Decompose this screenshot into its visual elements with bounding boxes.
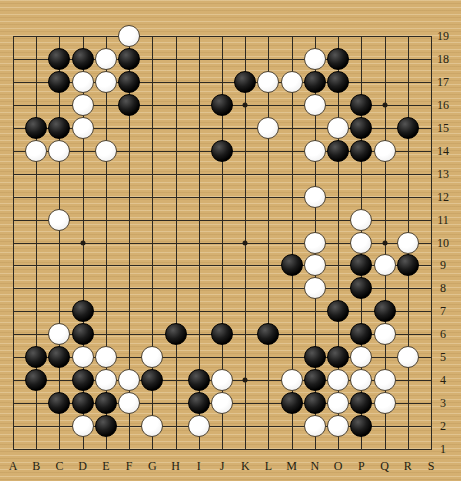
white-stone-N9[interactable] xyxy=(304,254,326,276)
column-label-J: J xyxy=(220,459,225,473)
black-stone-Q7[interactable] xyxy=(374,300,396,322)
black-stone-I3[interactable] xyxy=(188,392,210,414)
white-stone-N18[interactable] xyxy=(304,48,326,70)
white-stone-N2[interactable] xyxy=(304,415,326,437)
white-stone-P5[interactable] xyxy=(350,346,372,368)
white-stone-D17[interactable] xyxy=(72,71,94,93)
black-stone-H6[interactable] xyxy=(165,323,187,345)
black-stone-P8[interactable] xyxy=(350,277,372,299)
white-stone-O3[interactable] xyxy=(327,392,349,414)
column-label-O: O xyxy=(334,459,343,473)
row-label-10: 10 xyxy=(431,236,455,250)
black-stone-J14[interactable] xyxy=(211,140,233,162)
white-stone-B14[interactable] xyxy=(25,140,47,162)
row-label-14: 14 xyxy=(431,144,455,158)
row-label-6: 6 xyxy=(431,327,455,341)
white-stone-R10[interactable] xyxy=(397,232,419,254)
white-stone-J4[interactable] xyxy=(211,369,233,391)
white-stone-O4[interactable] xyxy=(327,369,349,391)
white-stone-P11[interactable] xyxy=(350,209,372,231)
black-stone-G4[interactable] xyxy=(141,369,163,391)
white-stone-E17[interactable] xyxy=(95,71,117,93)
black-stone-D18[interactable] xyxy=(72,48,94,70)
row-label-4: 4 xyxy=(431,373,455,387)
row-label-1: 1 xyxy=(431,442,455,456)
black-stone-C17[interactable] xyxy=(48,71,70,93)
column-label-M: M xyxy=(286,459,297,473)
white-stone-Q3[interactable] xyxy=(374,392,396,414)
column-label-D: D xyxy=(78,459,87,473)
black-stone-P14[interactable] xyxy=(350,140,372,162)
row-label-9: 9 xyxy=(431,258,455,272)
black-stone-J16[interactable] xyxy=(211,94,233,116)
white-stone-G2[interactable] xyxy=(141,415,163,437)
white-stone-P10[interactable] xyxy=(350,232,372,254)
star-point-Q16 xyxy=(382,102,387,107)
column-label-S: S xyxy=(428,459,435,473)
row-label-19: 19 xyxy=(431,29,455,43)
column-label-H: H xyxy=(171,459,180,473)
column-label-E: E xyxy=(102,459,109,473)
white-stone-D16[interactable] xyxy=(72,94,94,116)
black-stone-E2[interactable] xyxy=(95,415,117,437)
row-label-11: 11 xyxy=(431,213,455,227)
column-label-P: P xyxy=(358,459,365,473)
black-stone-E3[interactable] xyxy=(95,392,117,414)
white-stone-Q9[interactable] xyxy=(374,254,396,276)
column-label-B: B xyxy=(32,459,40,473)
black-stone-B15[interactable] xyxy=(25,117,47,139)
black-stone-B4[interactable] xyxy=(25,369,47,391)
column-label-K: K xyxy=(241,459,250,473)
black-stone-K17[interactable] xyxy=(234,71,256,93)
white-stone-C14[interactable] xyxy=(48,140,70,162)
row-label-16: 16 xyxy=(431,98,455,112)
white-stone-E14[interactable] xyxy=(95,140,117,162)
white-stone-Q14[interactable] xyxy=(374,140,396,162)
column-label-N: N xyxy=(311,459,320,473)
column-label-I: I xyxy=(197,459,201,473)
black-stone-I4[interactable] xyxy=(188,369,210,391)
black-stone-P15[interactable] xyxy=(350,117,372,139)
star-point-Q10 xyxy=(382,240,387,245)
go-board[interactable]: ABCDEFGHIJKLMNOPQRS 19181716151413121110… xyxy=(0,0,461,481)
column-label-L: L xyxy=(265,459,272,473)
column-label-Q: Q xyxy=(380,459,389,473)
white-stone-F19[interactable] xyxy=(118,25,140,47)
column-label-A: A xyxy=(9,459,18,473)
black-stone-F18[interactable] xyxy=(118,48,140,70)
black-stone-O17[interactable] xyxy=(327,71,349,93)
black-stone-P3[interactable] xyxy=(350,392,372,414)
white-stone-P4[interactable] xyxy=(350,369,372,391)
white-stone-R5[interactable] xyxy=(397,346,419,368)
white-stone-N10[interactable] xyxy=(304,232,326,254)
star-point-K4 xyxy=(243,378,248,383)
grid-line-vertical-L xyxy=(268,36,269,450)
white-stone-M17[interactable] xyxy=(281,71,303,93)
black-stone-R9[interactable] xyxy=(397,254,419,276)
black-stone-M3[interactable] xyxy=(281,392,303,414)
black-stone-L6[interactable] xyxy=(257,323,279,345)
column-label-G: G xyxy=(148,459,157,473)
row-label-17: 17 xyxy=(431,75,455,89)
black-stone-N17[interactable] xyxy=(304,71,326,93)
white-stone-F3[interactable] xyxy=(118,392,140,414)
white-stone-G5[interactable] xyxy=(141,346,163,368)
grid-line-horizontal-1 xyxy=(13,449,432,450)
black-stone-P9[interactable] xyxy=(350,254,372,276)
white-stone-N14[interactable] xyxy=(304,140,326,162)
black-stone-C5[interactable] xyxy=(48,346,70,368)
row-label-15: 15 xyxy=(431,121,455,135)
star-point-K10 xyxy=(243,240,248,245)
white-stone-M4[interactable] xyxy=(281,369,303,391)
white-stone-I2[interactable] xyxy=(188,415,210,437)
white-stone-L17[interactable] xyxy=(257,71,279,93)
column-label-C: C xyxy=(55,459,63,473)
black-stone-N3[interactable] xyxy=(304,392,326,414)
row-label-12: 12 xyxy=(431,190,455,204)
black-stone-N5[interactable] xyxy=(304,346,326,368)
black-stone-D3[interactable] xyxy=(72,392,94,414)
black-stone-J6[interactable] xyxy=(211,323,233,345)
white-stone-N12[interactable] xyxy=(304,186,326,208)
white-stone-E4[interactable] xyxy=(95,369,117,391)
row-label-13: 13 xyxy=(431,167,455,181)
white-stone-D2[interactable] xyxy=(72,415,94,437)
black-stone-F17[interactable] xyxy=(118,71,140,93)
black-stone-C3[interactable] xyxy=(48,392,70,414)
white-stone-O2[interactable] xyxy=(327,415,349,437)
white-stone-O15[interactable] xyxy=(327,117,349,139)
black-stone-F16[interactable] xyxy=(118,94,140,116)
star-point-D10 xyxy=(80,240,85,245)
row-label-7: 7 xyxy=(431,304,455,318)
white-stone-N16[interactable] xyxy=(304,94,326,116)
black-stone-P2[interactable] xyxy=(350,415,372,437)
white-stone-E18[interactable] xyxy=(95,48,117,70)
white-stone-Q4[interactable] xyxy=(374,369,396,391)
black-stone-O14[interactable] xyxy=(327,140,349,162)
white-stone-C6[interactable] xyxy=(48,323,70,345)
black-stone-D4[interactable] xyxy=(72,369,94,391)
white-stone-N8[interactable] xyxy=(304,277,326,299)
white-stone-D5[interactable] xyxy=(72,346,94,368)
white-stone-Q6[interactable] xyxy=(374,323,396,345)
black-stone-P16[interactable] xyxy=(350,94,372,116)
black-stone-C18[interactable] xyxy=(48,48,70,70)
black-stone-B5[interactable] xyxy=(25,346,47,368)
white-stone-F4[interactable] xyxy=(118,369,140,391)
black-stone-R15[interactable] xyxy=(397,117,419,139)
white-stone-E5[interactable] xyxy=(95,346,117,368)
row-label-18: 18 xyxy=(431,52,455,66)
column-label-R: R xyxy=(404,459,412,473)
row-label-2: 2 xyxy=(431,419,455,433)
black-stone-C15[interactable] xyxy=(48,117,70,139)
black-stone-O7[interactable] xyxy=(327,300,349,322)
black-stone-N4[interactable] xyxy=(304,369,326,391)
black-stone-P6[interactable] xyxy=(350,323,372,345)
row-label-3: 3 xyxy=(431,396,455,410)
white-stone-L15[interactable] xyxy=(257,117,279,139)
white-stone-C11[interactable] xyxy=(48,209,70,231)
black-stone-D6[interactable] xyxy=(72,323,94,345)
row-label-5: 5 xyxy=(431,350,455,364)
white-stone-J3[interactable] xyxy=(211,392,233,414)
black-stone-O18[interactable] xyxy=(327,48,349,70)
black-stone-O5[interactable] xyxy=(327,346,349,368)
star-point-K16 xyxy=(243,102,248,107)
black-stone-M9[interactable] xyxy=(281,254,303,276)
white-stone-D15[interactable] xyxy=(72,117,94,139)
black-stone-D7[interactable] xyxy=(72,300,94,322)
column-label-F: F xyxy=(126,459,133,473)
row-label-8: 8 xyxy=(431,281,455,295)
